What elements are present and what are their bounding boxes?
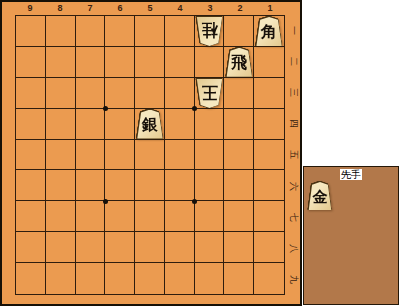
- board-cell[interactable]: [135, 201, 165, 232]
- rank-label: 五: [278, 147, 309, 162]
- shogi-diagram: 987654321 桂角飛王銀 一二三四五六七八九 先手 金: [0, 0, 400, 306]
- board-cell[interactable]: [16, 140, 46, 171]
- board-cell[interactable]: [224, 263, 254, 294]
- file-label: 3: [195, 2, 225, 15]
- hand-pieces: 金: [308, 182, 332, 210]
- board-cell[interactable]: [135, 140, 165, 171]
- file-label: 7: [75, 2, 105, 15]
- rank-label: 三: [278, 85, 309, 100]
- board-cell[interactable]: [105, 263, 135, 294]
- board-cell[interactable]: [76, 109, 106, 140]
- board-cell[interactable]: [105, 109, 135, 140]
- board-cell[interactable]: [76, 232, 106, 263]
- rank-label: 一: [278, 23, 309, 38]
- board-cell[interactable]: [135, 16, 165, 47]
- board-cell[interactable]: [16, 232, 46, 263]
- koma-ou-gote[interactable]: 王: [196, 79, 223, 108]
- hoshi-dot: [192, 199, 197, 204]
- board-cell[interactable]: [46, 201, 76, 232]
- board-cell[interactable]: [224, 78, 254, 109]
- board-cell[interactable]: [76, 78, 106, 109]
- file-label: 4: [165, 2, 195, 15]
- file-label: 5: [135, 2, 165, 15]
- board-cell[interactable]: [46, 263, 76, 294]
- board-cell[interactable]: [76, 47, 106, 78]
- board-cell[interactable]: [135, 78, 165, 109]
- board-cell[interactable]: [165, 140, 195, 171]
- koma-kei-gote[interactable]: 桂: [196, 17, 223, 46]
- board-cell[interactable]: [16, 170, 46, 201]
- rank-label: 二: [278, 54, 309, 69]
- rank-labels: 一二三四五六七八九: [286, 15, 301, 295]
- board-cell[interactable]: [165, 170, 195, 201]
- board-cell[interactable]: [105, 201, 135, 232]
- board-cell[interactable]: [224, 16, 254, 47]
- board-cell[interactable]: [224, 109, 254, 140]
- board-cell[interactable]: [195, 140, 225, 171]
- board-cell[interactable]: [195, 109, 225, 140]
- board-cell[interactable]: [76, 201, 106, 232]
- hand-panel-title: 先手: [340, 169, 362, 180]
- board-cell[interactable]: [224, 140, 254, 171]
- board-cell[interactable]: [16, 47, 46, 78]
- board-cell[interactable]: [46, 232, 76, 263]
- board-cell[interactable]: [16, 16, 46, 47]
- file-label: 9: [15, 2, 45, 15]
- koma-kin-sente[interactable]: 金: [308, 182, 332, 210]
- shogi-board: 987654321 桂角飛王銀 一二三四五六七八九: [0, 0, 302, 306]
- board-cell[interactable]: [135, 232, 165, 263]
- board-cell[interactable]: [16, 263, 46, 294]
- board-cell[interactable]: [46, 170, 76, 201]
- rank-label: 四: [278, 116, 309, 131]
- file-label: 8: [45, 2, 75, 15]
- board-cell[interactable]: [76, 263, 106, 294]
- koma-gin-sente[interactable]: 銀: [137, 110, 164, 139]
- board-cell[interactable]: [224, 170, 254, 201]
- board-cell[interactable]: [76, 140, 106, 171]
- board-cell[interactable]: [165, 109, 195, 140]
- board-cell[interactable]: [224, 201, 254, 232]
- board-cell[interactable]: [105, 16, 135, 47]
- board-cell[interactable]: [46, 78, 76, 109]
- board-cell[interactable]: [195, 201, 225, 232]
- board-cell[interactable]: [195, 170, 225, 201]
- board-cell[interactable]: [46, 16, 76, 47]
- board-cell[interactable]: [16, 201, 46, 232]
- hoshi-dot: [103, 199, 108, 204]
- board-cell[interactable]: [105, 78, 135, 109]
- file-labels: 987654321: [15, 2, 285, 15]
- board-cell[interactable]: [76, 170, 106, 201]
- koma-glyph: 金: [308, 182, 332, 210]
- board-cell[interactable]: [165, 78, 195, 109]
- board-grid: 桂角飛王銀: [15, 15, 285, 295]
- board-cell[interactable]: [135, 170, 165, 201]
- board-cell[interactable]: [224, 232, 254, 263]
- board-cell[interactable]: [195, 232, 225, 263]
- board-cell[interactable]: [105, 170, 135, 201]
- koma-glyph: 王: [196, 79, 223, 108]
- koma-glyph: 銀: [137, 110, 164, 139]
- board-cell[interactable]: [165, 263, 195, 294]
- koma-hisha-sente[interactable]: 飛: [226, 48, 253, 77]
- board-cell[interactable]: [165, 47, 195, 78]
- board-cell[interactable]: [165, 232, 195, 263]
- hoshi-dot: [103, 106, 108, 111]
- board-cell[interactable]: [46, 47, 76, 78]
- board-cell[interactable]: [135, 263, 165, 294]
- board-cell[interactable]: [46, 109, 76, 140]
- board-cell[interactable]: [46, 140, 76, 171]
- file-label: 2: [225, 2, 255, 15]
- koma-glyph: 飛: [226, 48, 253, 77]
- board-cell[interactable]: [105, 140, 135, 171]
- board-cell[interactable]: [76, 16, 106, 47]
- board-cell[interactable]: [195, 47, 225, 78]
- board-cell[interactable]: [195, 263, 225, 294]
- board-cell[interactable]: [16, 109, 46, 140]
- board-cell[interactable]: [165, 16, 195, 47]
- board-cell[interactable]: [105, 232, 135, 263]
- board-cell[interactable]: [16, 78, 46, 109]
- file-label: 6: [105, 2, 135, 15]
- sente-hand-panel: 先手 金: [303, 166, 399, 305]
- board-cell[interactable]: [105, 47, 135, 78]
- board-cell[interactable]: [165, 201, 195, 232]
- koma-glyph: 桂: [196, 17, 223, 46]
- file-label: 1: [255, 2, 285, 15]
- board-cell[interactable]: [135, 47, 165, 78]
